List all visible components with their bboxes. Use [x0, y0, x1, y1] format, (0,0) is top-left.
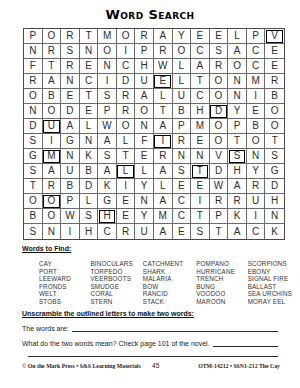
grid-letter: L — [86, 196, 92, 206]
grid-letter: A — [141, 91, 148, 101]
grid-letter: V — [271, 31, 278, 41]
grid-cell-r3c11: R — [210, 59, 229, 74]
grid-cell-r9c2: M — [43, 149, 62, 164]
grid-letter: L — [123, 166, 129, 176]
grid-letter: R — [122, 106, 129, 116]
grid-letter: W — [158, 61, 167, 71]
grid-letter: E — [122, 196, 129, 206]
grid-cell-r5c1: O — [24, 89, 43, 104]
grid-cell-r10c7: L — [135, 164, 154, 179]
grid-cell-r1c2: O — [43, 29, 62, 44]
word-column-5: SCORPIONSEBONYSIGNAL FIREBALLASTSEA URCH… — [248, 260, 292, 305]
word-item: STERN — [90, 298, 142, 306]
grid-letter: O — [122, 121, 130, 131]
grid-cell-r11c3: B — [61, 179, 80, 194]
grid-letter: K — [85, 151, 92, 161]
grid-cell-r11c14: D — [265, 179, 284, 194]
grid-letter: S — [215, 46, 222, 56]
grid-cell-r3c5: N — [98, 59, 117, 74]
grid-cell-r14c2: N — [43, 224, 62, 239]
grid-letter: U — [66, 166, 73, 176]
grid-letter: E — [159, 76, 166, 86]
grid-cell-r9c5: S — [98, 149, 117, 164]
grid-letter: U — [141, 76, 148, 86]
grid-cell-r13c14: N — [265, 209, 284, 224]
grid-cell-r5c2: B — [43, 89, 62, 104]
grid-letter: K — [104, 181, 111, 191]
grid-cell-r7c6: O — [117, 119, 136, 134]
grid-cell-r11c12: A — [228, 179, 247, 194]
grid-cell-r7c10: M — [191, 119, 210, 134]
grid-letter: U — [48, 121, 55, 131]
word-item: TRENCH — [196, 275, 247, 283]
grid-letter: I — [254, 91, 257, 101]
grid-cell-r11c5: K — [98, 179, 117, 194]
grid-cell-r12c6: E — [117, 194, 136, 209]
grid-letter: D — [215, 106, 222, 116]
grid-letter: M — [196, 121, 204, 131]
words-to-find-heading: Words to Find: — [22, 245, 71, 252]
grid-cell-r5c11: O — [210, 89, 229, 104]
word-item: STOBS — [39, 298, 90, 306]
grid-letter: N — [66, 151, 73, 161]
word-item: SEA URCHINS — [248, 290, 292, 298]
grid-cell-r4c6: D — [117, 74, 136, 89]
grid-cell-r11c13: R — [247, 179, 266, 194]
word-item: BOW — [143, 283, 196, 291]
grid-cell-r7c3: A — [61, 119, 80, 134]
word-item: HURRICANE — [196, 268, 247, 276]
grid-cell-r3c4: E — [80, 59, 99, 74]
grid-cell-r13c12: K — [228, 209, 247, 224]
word-search-grid: PORTMORAYEELPVNRSNOIPROCSACEFTRENCHWLARO… — [23, 28, 285, 240]
grid-letter: P — [104, 106, 111, 116]
grid-cell-r8c2: I — [43, 134, 62, 149]
grid-cell-r6c9: B — [173, 104, 192, 119]
grid-letter: I — [124, 46, 127, 56]
grid-letter: G — [66, 136, 74, 146]
grid-cell-r6c12: Y — [228, 104, 247, 119]
grid-letter: Y — [141, 211, 148, 221]
grid-cell-r11c1: T — [24, 179, 43, 194]
word-item: STACK — [143, 298, 196, 306]
grid-letter: O — [233, 61, 241, 71]
grid-cell-r5c10: C — [191, 89, 210, 104]
grid-letter: I — [69, 227, 72, 237]
grid-cell-r2c10: C — [191, 44, 210, 59]
grid-letter: R — [29, 76, 36, 86]
grid-cell-r12c7: N — [135, 194, 154, 209]
grid-cell-r11c11: W — [210, 179, 229, 194]
grid-letter: H — [196, 106, 203, 116]
grid-cell-r13c8: M — [154, 209, 173, 224]
grid-letter: N — [252, 151, 259, 161]
grid-cell-r9c11: V — [210, 149, 229, 164]
grid-cell-r9c3: N — [61, 149, 80, 164]
grid-cell-r9c9: N — [173, 149, 192, 164]
grid-letter: O — [215, 91, 223, 101]
grid-letter: N — [103, 61, 110, 71]
grid-letter: L — [141, 166, 147, 176]
grid-cell-r11c9: E — [173, 179, 192, 194]
grid-cell-r8c4: N — [80, 134, 99, 149]
word-column-2: BINOCULARSTORPEDOVEERBOOTSSMUDGECORALSTE… — [90, 260, 142, 305]
grid-cell-r14c3: I — [61, 224, 80, 239]
grid-cell-r13c13: I — [247, 209, 266, 224]
grid-cell-r11c10: E — [191, 179, 210, 194]
grid-cell-r2c6: I — [117, 44, 136, 59]
grid-cell-r4c10: T — [191, 74, 210, 89]
word-item: SCORPIONS — [248, 260, 292, 268]
grid-letter: U — [141, 227, 148, 237]
grid-cell-r7c2: U — [43, 119, 62, 134]
page-footer: © On the Mark Press • S&S Learning Mater… — [22, 362, 280, 369]
grid-cell-r6c10: H — [191, 104, 210, 119]
grid-letter: I — [124, 181, 127, 191]
grid-cell-r6c3: D — [61, 104, 80, 119]
grid-letter: R — [252, 181, 259, 191]
grid-cell-r14c14: K — [265, 224, 284, 239]
grid-cell-r13c2: O — [43, 209, 62, 224]
grid-cell-r3c8: W — [154, 59, 173, 74]
grid-cell-r14c1: S — [24, 224, 43, 239]
grid-letter: T — [85, 31, 91, 41]
grid-letter: E — [271, 46, 278, 56]
grid-cell-r13c3: W — [61, 209, 80, 224]
grid-letter: C — [122, 61, 129, 71]
grid-letter: U — [178, 91, 185, 101]
word-item: BINOCULARS — [90, 260, 142, 268]
grid-cell-r14c6: R — [117, 224, 136, 239]
grid-letter: M — [103, 31, 111, 41]
grid-letter: O — [215, 76, 223, 86]
grid-cell-r7c9: P — [173, 119, 192, 134]
grid-cell-r1c11: E — [210, 29, 229, 44]
grid-letter: B — [178, 106, 185, 116]
grid-cell-r12c8: A — [154, 194, 173, 209]
grid-letter: R — [215, 61, 222, 71]
grid-letter: E — [271, 61, 278, 71]
grid-cell-r10c10: T — [191, 164, 210, 179]
grid-letter: H — [233, 166, 240, 176]
grid-letter: S — [85, 211, 92, 221]
grid-letter: C — [252, 46, 259, 56]
grid-letter: P — [67, 196, 74, 206]
grid-cell-r14c13: C — [247, 224, 266, 239]
grid-cell-r3c1: F — [24, 59, 43, 74]
grid-cell-r4c4: C — [80, 74, 99, 89]
grid-letter: A — [234, 227, 241, 237]
grid-letter: S — [104, 151, 111, 161]
grid-letter: T — [197, 76, 203, 86]
grid-letter: R — [66, 31, 73, 41]
grid-letter: A — [159, 196, 166, 206]
grid-letter: E — [122, 211, 129, 221]
grid-letter: I — [199, 196, 202, 206]
grid-letter: B — [271, 91, 278, 101]
grid-cell-r11c8: L — [154, 179, 173, 194]
grid-letter: T — [272, 136, 278, 146]
grid-letter: E — [197, 31, 204, 41]
grid-cell-r9c6: T — [117, 149, 136, 164]
grid-letter: B — [252, 121, 259, 131]
grid-letter: G — [29, 151, 37, 161]
grid-cell-r1c14: V — [265, 29, 284, 44]
grid-cell-r2c12: A — [228, 44, 247, 59]
grid-letter: O — [47, 106, 55, 116]
grid-cell-r6c11: D — [210, 104, 229, 119]
grid-cell-r6c2: O — [43, 104, 62, 119]
grid-cell-r8c8: I — [154, 134, 173, 149]
grid-cell-r14c11: T — [210, 224, 229, 239]
grid-letter: T — [123, 151, 129, 161]
grid-letter: E — [85, 106, 92, 116]
grid-letter: I — [254, 211, 257, 221]
grid-cell-r1c3: R — [61, 29, 80, 44]
grid-letter: S — [104, 91, 111, 101]
grid-letter: A — [159, 31, 166, 41]
grid-letter: B — [67, 181, 74, 191]
grid-cell-r12c11: R — [210, 194, 229, 209]
grid-cell-r14c12: A — [228, 224, 247, 239]
word-item: VEERBOOTS — [90, 275, 142, 283]
grid-cell-r4c5: I — [98, 74, 117, 89]
answer-line-2 — [213, 337, 278, 347]
grid-cell-r1c7: R — [135, 29, 154, 44]
grid-letter: B — [29, 211, 36, 221]
grid-letter: L — [179, 61, 185, 71]
grid-cell-r13c6: E — [117, 209, 136, 224]
grid-cell-r12c10: I — [191, 194, 210, 209]
grid-letter: R — [271, 76, 278, 86]
grid-cell-r5c4: T — [80, 89, 99, 104]
grid-cell-r3c6: C — [117, 59, 136, 74]
grid-letter: A — [197, 61, 204, 71]
answer-line-3 — [28, 347, 278, 357]
grid-cell-r4c14: R — [265, 74, 284, 89]
grid-letter: C — [85, 76, 92, 86]
grid-cell-r14c8: A — [154, 224, 173, 239]
grid-letter: K — [234, 211, 241, 221]
grid-letter: O — [103, 46, 111, 56]
grid-letter: I — [50, 136, 53, 146]
grid-letter: N — [141, 196, 148, 206]
grid-cell-r8c10: E — [191, 134, 210, 149]
grid-letter: W — [65, 211, 74, 221]
grid-cell-r1c4: T — [80, 29, 99, 44]
grid-letter: D — [215, 166, 222, 176]
grid-cell-r2c11: S — [210, 44, 229, 59]
word-item: PORT — [39, 268, 90, 276]
grid-cell-r11c2: R — [43, 179, 62, 194]
grid-letter: L — [123, 136, 129, 146]
grid-letter: A — [234, 181, 241, 191]
word-item: LEEWARD — [39, 275, 90, 283]
grid-cell-r6c6: R — [117, 104, 136, 119]
word-item: EBONY — [248, 268, 292, 276]
word-item: BALLAST — [248, 283, 292, 291]
grid-letter: C — [178, 211, 185, 221]
grid-letter: P — [215, 211, 222, 221]
grid-letter: T — [160, 106, 166, 116]
grid-letter: C — [103, 227, 110, 237]
grid-letter: O — [215, 136, 223, 146]
grid-cell-r13c7: Y — [135, 209, 154, 224]
grid-cell-r10c12: H — [228, 164, 247, 179]
grid-letter: M — [159, 211, 167, 221]
grid-cell-r3c7: H — [135, 59, 154, 74]
grid-letter: R — [141, 31, 148, 41]
grid-cell-r6c13: E — [247, 104, 266, 119]
word-item: SMUDGE — [90, 283, 142, 291]
grid-cell-r7c7: N — [135, 119, 154, 134]
grid-cell-r10c9: S — [173, 164, 192, 179]
grid-cell-r8c11: O — [210, 134, 229, 149]
grid-cell-r3c10: A — [191, 59, 210, 74]
word-item: POMPANO — [196, 260, 247, 268]
grid-letter: V — [215, 151, 222, 161]
grid-cell-r5c14: B — [265, 89, 284, 104]
grid-cell-r6c7: O — [135, 104, 154, 119]
word-item: FRONDS — [39, 283, 90, 291]
grid-letter: N — [66, 76, 73, 86]
grid-cell-r5c7: A — [135, 89, 154, 104]
worksheet-page: Word Search PORTMORAYEELPVNRSNOIPROCSACE… — [0, 0, 300, 388]
grid-letter: A — [104, 166, 111, 176]
grid-letter: H — [85, 227, 92, 237]
grid-cell-r10c13: Y — [247, 164, 266, 179]
grid-letter: F — [30, 61, 36, 71]
grid-letter: P — [141, 46, 148, 56]
grid-letter: N — [48, 227, 55, 237]
grid-letter: D — [271, 181, 278, 191]
grid-cell-r14c7: U — [135, 224, 154, 239]
grid-cell-r3c13: C — [247, 59, 266, 74]
grid-cell-r6c8: T — [154, 104, 173, 119]
grid-letter: Y — [234, 106, 241, 116]
grid-cell-r6c1: N — [24, 104, 43, 119]
grid-letter: O — [47, 211, 55, 221]
answer-row-2: What do the two words mean? Check page 1… — [22, 337, 278, 347]
grid-letter: R — [122, 227, 129, 237]
grid-letter: S — [29, 136, 36, 146]
grid-cell-r1c1: P — [24, 29, 43, 44]
grid-letter: D — [29, 121, 36, 131]
unscramble-heading: Unscramble the outlined letters to make … — [22, 310, 194, 317]
footer-publisher: © On the Mark Press • S&S Learning Mater… — [22, 363, 141, 369]
grid-letter: N — [233, 76, 240, 86]
grid-cell-r10c11: D — [210, 164, 229, 179]
grid-letter: O — [47, 196, 55, 206]
grid-cell-r3c3: R — [61, 59, 80, 74]
grid-cell-r5c6: R — [117, 89, 136, 104]
grid-letter: T — [197, 211, 203, 221]
grid-cell-r9c7: E — [135, 149, 154, 164]
grid-letter: G — [271, 166, 279, 176]
grid-cell-r7c11: O — [210, 119, 229, 134]
grid-cell-r12c5: G — [98, 194, 117, 209]
grid-cell-r6c14: O — [265, 104, 284, 119]
grid-letter: D — [85, 181, 92, 191]
word-item: VOODOO — [196, 290, 247, 298]
grid-letter: L — [160, 181, 166, 191]
grid-letter: L — [234, 31, 240, 41]
grid-letter: W — [102, 121, 111, 131]
grid-letter: A — [67, 121, 74, 131]
grid-cell-r5c3: E — [61, 89, 80, 104]
words-are-label: The words are: — [22, 325, 69, 332]
grid-cell-r9c4: K — [80, 149, 99, 164]
grid-letter: G — [103, 196, 111, 206]
grid-cell-r13c1: B — [24, 209, 43, 224]
grid-letter: N — [29, 106, 36, 116]
grid-cell-r7c1: D — [24, 119, 43, 134]
grid-cell-r5c8: L — [154, 89, 173, 104]
word-item: WELT — [39, 290, 90, 298]
grid-cell-r10c14: G — [265, 164, 284, 179]
grid-cell-r13c4: S — [80, 209, 99, 224]
grid-cell-r2c8: R — [154, 44, 173, 59]
grid-letter: A — [234, 46, 241, 56]
grid-letter: E — [197, 181, 204, 191]
grid-cell-r3c12: O — [228, 59, 247, 74]
grid-cell-r1c9: Y — [173, 29, 192, 44]
word-item: MALARIA — [143, 275, 196, 283]
grid-cell-r10c3: U — [61, 164, 80, 179]
grid-letter: A — [48, 76, 55, 86]
grid-cell-r4c8: E — [154, 74, 173, 89]
grid-cell-r2c14: E — [265, 44, 284, 59]
grid-letter: S — [271, 151, 278, 161]
grid-cell-r8c14: T — [265, 134, 284, 149]
grid-letter: E — [178, 181, 185, 191]
grid-letter: F — [141, 136, 147, 146]
word-item: MAROON — [196, 298, 247, 306]
grid-cell-r12c2: O — [43, 194, 62, 209]
grid-letter: B — [85, 166, 92, 176]
word-item: SIGNAL FIRE — [248, 275, 292, 283]
grid-cell-r8c3: G — [61, 134, 80, 149]
grid-letter: A — [48, 166, 55, 176]
grid-letter: H — [141, 61, 148, 71]
grid-letter: O — [252, 136, 260, 146]
grid-letter: R — [178, 136, 185, 146]
grid-letter: N — [85, 46, 92, 56]
grid-letter: H — [103, 211, 110, 221]
grid-cell-r7c4: L — [80, 119, 99, 134]
grid-letter: S — [197, 227, 204, 237]
grid-cell-r4c7: U — [135, 74, 154, 89]
grid-letter: M — [251, 76, 259, 86]
word-item: BUNG — [196, 283, 247, 291]
grid-cell-r9c8: R — [154, 149, 173, 164]
grid-letter: N — [196, 151, 203, 161]
word-item: MORAY EEL — [248, 298, 292, 306]
grid-cell-r8c5: A — [98, 134, 117, 149]
grid-letter: I — [106, 76, 109, 86]
grid-letter: N — [178, 151, 185, 161]
grid-cell-r4c2: A — [43, 74, 62, 89]
grid-cell-r5c9: U — [173, 89, 192, 104]
grid-cell-r3c2: T — [43, 59, 62, 74]
grid-cell-r8c12: T — [228, 134, 247, 149]
grid-cell-r1c8: A — [154, 29, 173, 44]
grid-letter: P — [29, 31, 36, 41]
grid-cell-r7c13: B — [247, 119, 266, 134]
word-column-1: CAYPORTLEEWARDFRONDSWELTSTOBS — [39, 260, 90, 305]
grid-cell-r7c8: A — [154, 119, 173, 134]
grid-cell-r12c12: R — [228, 194, 247, 209]
